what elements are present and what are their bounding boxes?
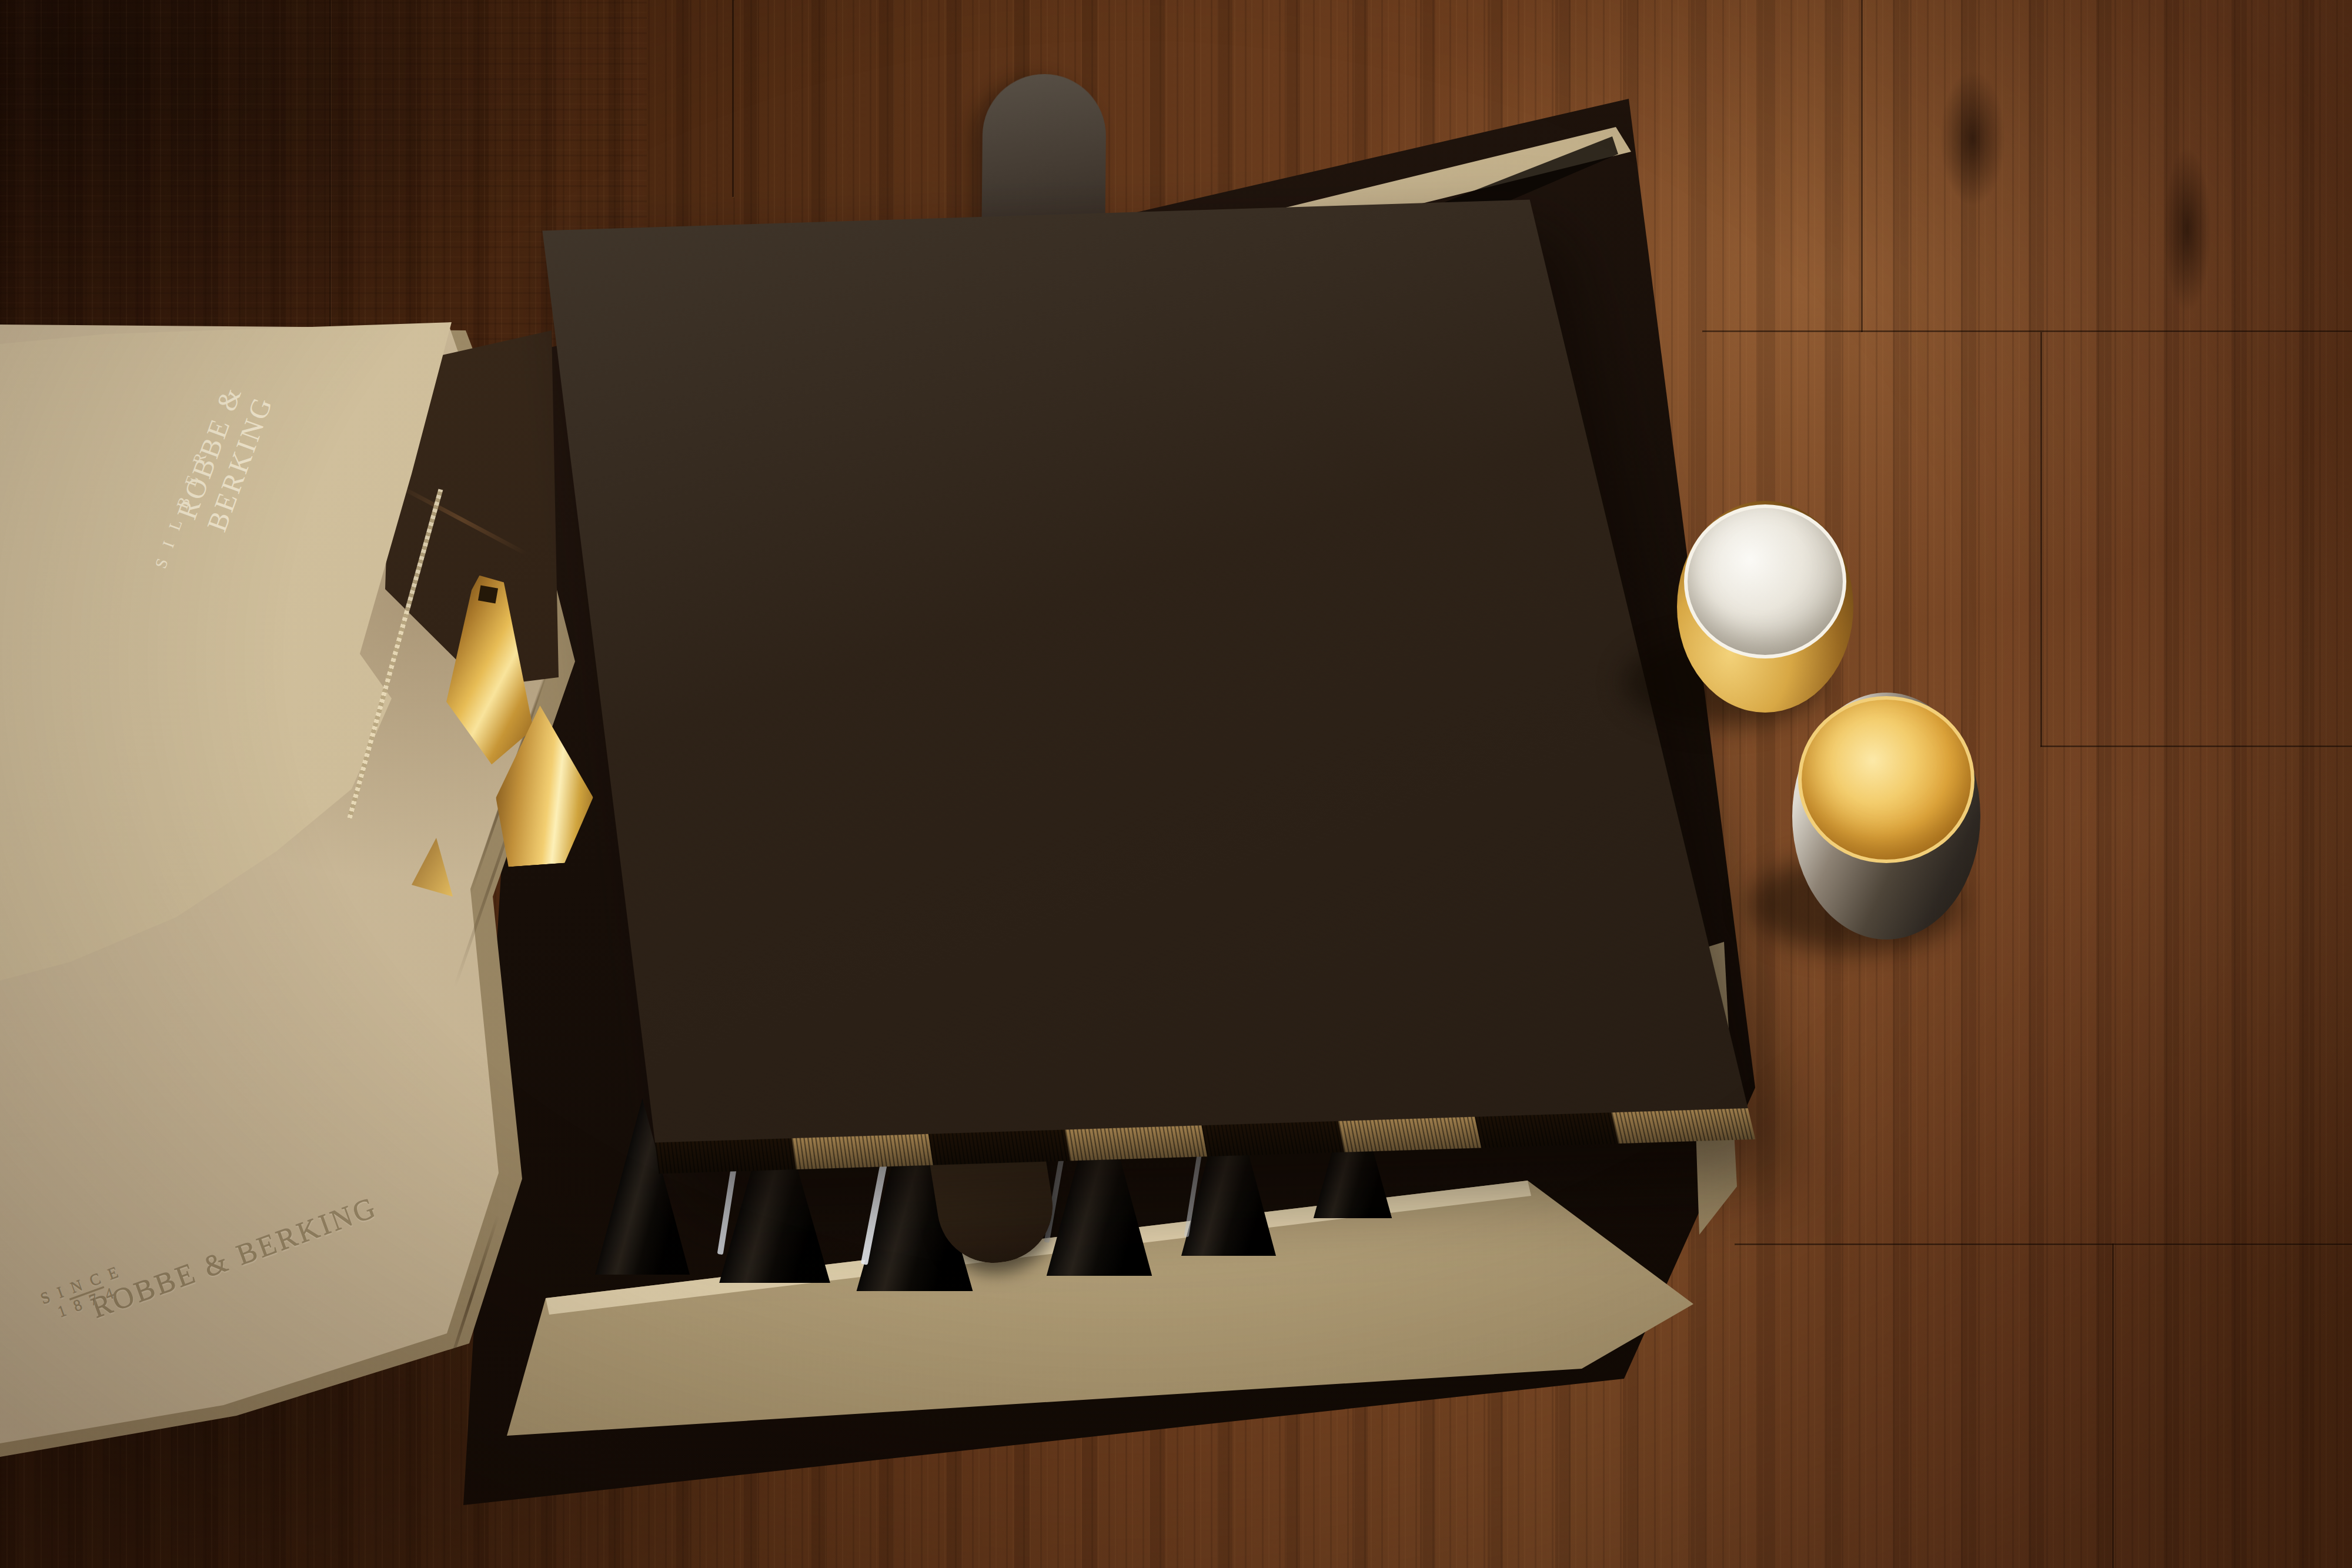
wood-knot [2164, 147, 2211, 312]
wood-knot [1940, 71, 2005, 206]
plank-seam [1735, 1243, 2352, 1245]
plank-seam [2040, 332, 2042, 747]
product-photo-scene: ROBBE & BERKING SINCE 1874 ROBBE & BERKI… [0, 0, 2352, 1568]
plank-seam [2112, 1243, 2114, 1568]
plank-seam [732, 0, 734, 197]
gold-piece-notch [478, 586, 498, 604]
plank-seam [2040, 745, 2352, 747]
plank-seam [1861, 0, 1863, 332]
plank-seam [329, 0, 331, 341]
beaker-silver-interior [1684, 504, 1846, 658]
plank-seam [1702, 330, 2352, 332]
beaker-gold-interior [1798, 696, 1975, 863]
